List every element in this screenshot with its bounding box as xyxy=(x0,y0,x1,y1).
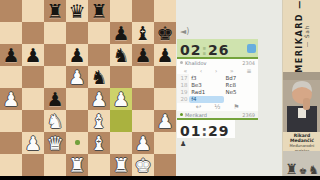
move-white[interactable]: f3 xyxy=(189,74,223,81)
square-f1[interactable]: ♜ xyxy=(110,154,132,176)
square-g3[interactable] xyxy=(132,110,154,132)
square-g7[interactable]: ♝ xyxy=(132,22,154,44)
square-d8[interactable]: ♛ xyxy=(66,0,88,22)
square-c5[interactable] xyxy=(44,66,66,88)
sound-icon[interactable]: ◄) xyxy=(180,27,190,36)
square-c6[interactable] xyxy=(44,44,66,66)
bottom-clock-minutes: 01 xyxy=(180,123,201,139)
piece-white-p-a4[interactable]: ♟ xyxy=(0,88,22,110)
move-black[interactable]: Bd7 xyxy=(224,74,258,81)
nav-analysis-button[interactable]: ≡ xyxy=(247,67,252,74)
square-f7[interactable]: ♟ xyxy=(110,22,132,44)
square-f5[interactable] xyxy=(110,66,132,88)
square-b1[interactable] xyxy=(22,154,44,176)
piece-white-p-h3[interactable]: ♟ xyxy=(154,110,176,132)
piece-white-k-g1[interactable]: ♚ xyxy=(132,154,154,176)
takeback-button[interactable]: ↩ xyxy=(196,103,201,111)
piece-white-b-e2[interactable]: ♝ xyxy=(88,132,110,154)
pawn-icon: ♟ xyxy=(180,140,186,148)
square-f2[interactable] xyxy=(110,132,132,154)
piece-black-p-c4[interactable]: ♟ xyxy=(44,88,66,110)
move-number: 19 xyxy=(177,88,189,95)
square-e3[interactable]: ♝ xyxy=(88,110,110,132)
resign-button[interactable]: ⚑ xyxy=(233,103,239,111)
piece-white-p-d5[interactable]: ♟ xyxy=(66,66,88,88)
square-e5[interactable]: ♞ xyxy=(88,66,110,88)
piece-black-r-e8[interactable]: ♜ xyxy=(88,0,110,22)
square-h3[interactable]: ♟ xyxy=(154,110,176,132)
square-f8[interactable] xyxy=(110,0,132,22)
move-black[interactable] xyxy=(224,96,258,103)
square-h6[interactable]: ♟ xyxy=(154,44,176,66)
game-panel: ◄) 02:26 Khalidov 2304 « ‹ › » ≡ 17 f3 B xyxy=(176,0,282,176)
piece-white-b-e3[interactable]: ♝ xyxy=(88,110,110,132)
move-list: 17 f3 Bd7 18 Be3 Rc8 19 Rad1 Ne5 20 f4 xyxy=(177,74,258,103)
piece-black-n-f6[interactable]: ♞ xyxy=(110,44,132,66)
square-a5[interactable] xyxy=(0,66,22,88)
brand-title: MERIKARD — xyxy=(295,0,304,72)
piece-black-p-d6[interactable]: ♟ xyxy=(66,44,88,66)
square-a8[interactable] xyxy=(0,0,22,22)
square-e4[interactable]: ♟ xyxy=(88,88,110,110)
move-number: 20 xyxy=(177,96,189,103)
square-g6[interactable]: ♟ xyxy=(132,44,154,66)
square-e6[interactable] xyxy=(88,44,110,66)
square-d6[interactable]: ♟ xyxy=(66,44,88,66)
square-e7[interactable] xyxy=(88,22,110,44)
square-h4[interactable] xyxy=(154,88,176,110)
brand-block: MERIKARD — — Šah xyxy=(283,0,320,72)
square-e8[interactable]: ♜ xyxy=(88,0,110,22)
move-nav: « ‹ › » ≡ xyxy=(177,66,258,74)
moretime-button[interactable] xyxy=(247,44,256,53)
square-d1[interactable]: ♜ xyxy=(66,154,88,176)
king-silhouette-icon: ♚ xyxy=(299,167,307,176)
square-g1[interactable]: ♚ xyxy=(132,154,154,176)
square-h7[interactable]: ♚ xyxy=(154,22,176,44)
nav-first-button[interactable]: « xyxy=(183,67,187,74)
streamer-caption: Rikard Medančić Međunarodni majstor FIDE… xyxy=(283,132,320,151)
top-clock-seconds: 26 xyxy=(208,42,229,58)
square-b7[interactable] xyxy=(22,22,44,44)
bottom-clock: 01:29 xyxy=(177,120,235,138)
move-row: 19 Rad1 Ne5 xyxy=(177,88,258,95)
move-row: 20 f4 xyxy=(177,96,258,103)
piece-white-q-c2[interactable]: ♛ xyxy=(44,132,66,154)
square-c2[interactable]: ♛ xyxy=(44,132,66,154)
square-c8[interactable]: ♜ xyxy=(44,0,66,22)
square-a2[interactable] xyxy=(0,132,22,154)
piece-white-r-f1[interactable]: ♜ xyxy=(110,154,132,176)
square-a7[interactable] xyxy=(0,22,22,44)
top-player-row[interactable]: Khalidov 2304 xyxy=(177,59,258,66)
piece-black-p-b6[interactable]: ♟ xyxy=(22,44,44,66)
piece-white-p-e4[interactable]: ♟ xyxy=(88,88,110,110)
square-g8[interactable] xyxy=(132,0,154,22)
piece-black-p-a6[interactable]: ♟ xyxy=(0,44,22,66)
square-b3[interactable] xyxy=(22,110,44,132)
square-g5[interactable] xyxy=(132,66,154,88)
move-white[interactable]: Be3 xyxy=(189,81,223,88)
square-c4[interactable]: ♟ xyxy=(44,88,66,110)
square-a1[interactable] xyxy=(0,154,22,176)
move-black[interactable]: Rc8 xyxy=(224,81,258,88)
move-hint-dot xyxy=(75,140,80,145)
square-b8[interactable] xyxy=(22,0,44,22)
square-d3[interactable] xyxy=(66,110,88,132)
square-b2[interactable]: ♟ xyxy=(22,132,44,154)
move-row: 17 f3 Bd7 xyxy=(177,74,258,81)
square-h1[interactable] xyxy=(154,154,176,176)
square-b4[interactable] xyxy=(22,88,44,110)
piece-black-p-g6[interactable]: ♟ xyxy=(132,44,154,66)
square-e1[interactable] xyxy=(88,154,110,176)
piece-white-r-d1[interactable]: ♜ xyxy=(66,154,88,176)
bottom-player-name[interactable]: Merikard xyxy=(185,112,207,118)
square-a3[interactable] xyxy=(0,110,22,132)
piece-white-p-f4[interactable]: ♟ xyxy=(110,88,132,110)
square-d5[interactable]: ♟ xyxy=(66,66,88,88)
square-f3[interactable] xyxy=(110,110,132,132)
brand-subtitle: — Šah xyxy=(304,0,310,72)
move-number: 18 xyxy=(177,81,189,88)
piece-white-p-g2[interactable]: ♟ xyxy=(132,132,154,154)
square-a6[interactable]: ♟ xyxy=(0,44,22,66)
knight-silhouette-icon: ♞ xyxy=(308,164,319,176)
square-g4[interactable] xyxy=(132,88,154,110)
piece-white-n-c3[interactable]: ♞ xyxy=(44,110,66,132)
app-canvas: ♜♛♜♟♝♚♟♟♟♞♟♟♟♞♟♟♟♟♞♝♟♟♛♝♟♜♜♚ ◄) 02:26 Kh… xyxy=(0,0,320,180)
streamer-sidebar: MERIKARD — — Šah Rikard Medančić Međunar… xyxy=(282,0,320,176)
square-c3[interactable]: ♞ xyxy=(44,110,66,132)
moves-card: Khalidov 2304 « ‹ › » ≡ 17 f3 Bd7 18 Be3 xyxy=(177,59,258,111)
chess-pieces-photo: ♜ ♚ ♞ xyxy=(283,151,320,176)
piece-black-r-c8[interactable]: ♜ xyxy=(44,0,66,22)
square-b5[interactable] xyxy=(22,66,44,88)
brand-dash: — xyxy=(304,41,310,48)
bottom-player-row[interactable]: Merikard 2369 xyxy=(177,111,258,118)
move-number: 17 xyxy=(177,74,189,81)
brand-dash: — xyxy=(295,0,304,9)
bottom-clock-seconds: 29 xyxy=(208,123,229,139)
square-d7[interactable] xyxy=(66,22,88,44)
piece-black-p-h6[interactable]: ♟ xyxy=(154,44,176,66)
rook-silhouette-icon: ♜ xyxy=(285,162,298,176)
square-a4[interactable]: ♟ xyxy=(0,88,22,110)
top-clock-minutes: 02 xyxy=(180,42,201,58)
top-player-rating: 2304 xyxy=(242,60,255,66)
move-white[interactable]: Rad1 xyxy=(189,88,223,95)
draw-offer-button[interactable]: ½ xyxy=(214,103,220,111)
nav-last-button[interactable]: » xyxy=(230,67,234,74)
square-f6[interactable]: ♞ xyxy=(110,44,132,66)
square-e2[interactable]: ♝ xyxy=(88,132,110,154)
move-black[interactable]: Ne5 xyxy=(224,88,258,95)
square-f4[interactable]: ♟ xyxy=(110,88,132,110)
chess-board: ♜♛♜♟♝♚♟♟♟♞♟♟♟♞♟♟♟♟♞♝♟♟♛♝♟♜♜♚ xyxy=(0,0,176,176)
piece-black-p-f7[interactable]: ♟ xyxy=(110,22,132,44)
top-player-status-dot xyxy=(180,61,183,64)
square-d2[interactable] xyxy=(66,132,88,154)
square-h8[interactable] xyxy=(154,0,176,22)
square-c7[interactable] xyxy=(44,22,66,44)
nav-prev-button[interactable]: ‹ xyxy=(200,67,202,74)
bottom-player-status-dot xyxy=(180,113,183,116)
piece-black-q-d8[interactable]: ♛ xyxy=(66,0,88,22)
nav-next-button[interactable]: › xyxy=(215,67,217,74)
streamer-name: Rikard Medančić xyxy=(283,133,320,143)
move-white-current[interactable]: f4 xyxy=(189,96,223,103)
streamer-photo xyxy=(283,72,320,132)
bottom-player-rating: 2369 xyxy=(242,112,255,118)
piece-black-k-h7[interactable]: ♚ xyxy=(154,22,176,44)
square-h2[interactable] xyxy=(154,132,176,154)
top-player-name[interactable]: Khalidov xyxy=(185,60,206,66)
game-actions: ↩ ½ ⚑ xyxy=(177,103,258,111)
piece-white-p-b2[interactable]: ♟ xyxy=(22,132,44,154)
piece-black-b-g7[interactable]: ♝ xyxy=(132,22,154,44)
square-b6[interactable]: ♟ xyxy=(22,44,44,66)
square-h5[interactable] xyxy=(154,66,176,88)
top-clock: 02:26 xyxy=(177,39,258,57)
square-d4[interactable] xyxy=(66,88,88,110)
move-row: 18 Be3 Rc8 xyxy=(177,81,258,88)
square-g2[interactable]: ♟ xyxy=(132,132,154,154)
square-c1[interactable] xyxy=(44,154,66,176)
piece-black-n-e5[interactable]: ♞ xyxy=(88,66,110,88)
